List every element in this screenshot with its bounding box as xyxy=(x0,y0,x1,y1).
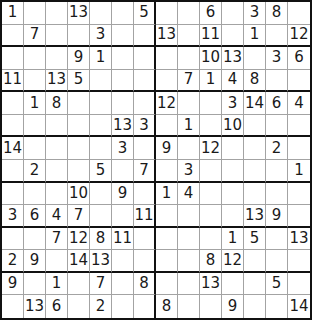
cell-r12c7[interactable] xyxy=(134,250,156,273)
cell-r1c11[interactable] xyxy=(222,2,244,25)
cell-r12c1[interactable]: 2 xyxy=(2,250,24,273)
cell-r10c12[interactable]: 13 xyxy=(244,205,266,228)
cell-r11c7[interactable] xyxy=(134,228,156,251)
cell-r1c2[interactable] xyxy=(24,2,46,25)
cell-r8c2[interactable]: 2 xyxy=(24,160,46,183)
cell-r7c6[interactable]: 3 xyxy=(112,137,134,160)
cell-r2c7[interactable] xyxy=(134,25,156,48)
cell-r8c1[interactable] xyxy=(2,160,24,183)
cell-r8c5[interactable]: 5 xyxy=(90,160,112,183)
cell-r7c5[interactable] xyxy=(90,137,112,160)
cell-r4c6[interactable] xyxy=(112,70,134,93)
cell-r1c1[interactable]: 1 xyxy=(2,2,24,25)
cell-r7c14[interactable] xyxy=(288,137,310,160)
cell-r7c13[interactable]: 2 xyxy=(266,137,288,160)
cell-r9c13[interactable] xyxy=(266,183,288,206)
cell-r11c10[interactable] xyxy=(200,228,222,251)
cell-r11c3[interactable]: 7 xyxy=(46,228,68,251)
cell-r6c4[interactable] xyxy=(68,115,90,138)
cell-r4c3[interactable]: 13 xyxy=(46,70,68,93)
cell-r2c9[interactable] xyxy=(178,25,200,48)
cell-r12c4[interactable]: 14 xyxy=(68,250,90,273)
cell-r5c13[interactable]: 6 xyxy=(266,92,288,115)
cell-r5c6[interactable] xyxy=(112,92,134,115)
cell-r2c14[interactable]: 12 xyxy=(288,25,310,48)
cell-r7c4[interactable] xyxy=(68,137,90,160)
cell-r10c9[interactable] xyxy=(178,205,200,228)
cell-r8c7[interactable]: 7 xyxy=(134,160,156,183)
cell-r5c8[interactable]: 12 xyxy=(156,92,178,115)
cell-r3c9[interactable] xyxy=(178,47,200,70)
cell-r6c9[interactable]: 1 xyxy=(178,115,200,138)
cell-r9c5[interactable] xyxy=(90,183,112,206)
cell-r13c10[interactable]: 13 xyxy=(200,273,222,296)
cell-r14c14[interactable]: 14 xyxy=(288,295,310,318)
cell-r6c12[interactable] xyxy=(244,115,266,138)
cell-r3c11[interactable]: 13 xyxy=(222,47,244,70)
cell-r1c8[interactable] xyxy=(156,2,178,25)
cell-r2c6[interactable] xyxy=(112,25,134,48)
cell-r10c11[interactable] xyxy=(222,205,244,228)
cell-r6c8[interactable] xyxy=(156,115,178,138)
cell-r13c2[interactable] xyxy=(24,273,46,296)
cell-r12c8[interactable] xyxy=(156,250,178,273)
cell-r2c4[interactable] xyxy=(68,25,90,48)
cell-r3c4[interactable]: 9 xyxy=(68,47,90,70)
cell-r2c8[interactable]: 13 xyxy=(156,25,178,48)
cell-r11c11[interactable]: 1 xyxy=(222,228,244,251)
cell-r13c12[interactable] xyxy=(244,273,266,296)
cell-r13c8[interactable] xyxy=(156,273,178,296)
cell-r1c5[interactable] xyxy=(90,2,112,25)
cell-r7c8[interactable]: 9 xyxy=(156,137,178,160)
cell-r6c14[interactable] xyxy=(288,115,310,138)
cell-r4c8[interactable] xyxy=(156,70,178,93)
cell-r11c6[interactable]: 11 xyxy=(112,228,134,251)
cell-r3c6[interactable] xyxy=(112,47,134,70)
cell-r12c13[interactable] xyxy=(266,250,288,273)
cell-r14c7[interactable] xyxy=(134,295,156,318)
cell-r9c14[interactable] xyxy=(288,183,310,206)
cell-r4c1[interactable]: 11 xyxy=(2,70,24,93)
cell-r10c7[interactable]: 11 xyxy=(134,205,156,228)
cell-r5c4[interactable] xyxy=(68,92,90,115)
cell-r14c10[interactable] xyxy=(200,295,222,318)
cell-r4c4[interactable]: 5 xyxy=(68,70,90,93)
cell-r4c11[interactable]: 4 xyxy=(222,70,244,93)
cell-r14c5[interactable]: 2 xyxy=(90,295,112,318)
cell-r9c4[interactable]: 10 xyxy=(68,183,90,206)
cell-r14c4[interactable] xyxy=(68,295,90,318)
cell-r10c2[interactable]: 6 xyxy=(24,205,46,228)
cell-r11c14[interactable]: 13 xyxy=(288,228,310,251)
cell-r14c11[interactable]: 9 xyxy=(222,295,244,318)
cell-r11c8[interactable] xyxy=(156,228,178,251)
cell-r7c10[interactable]: 12 xyxy=(200,137,222,160)
cell-r11c2[interactable] xyxy=(24,228,46,251)
cell-r2c12[interactable]: 1 xyxy=(244,25,266,48)
cell-r7c3[interactable] xyxy=(46,137,68,160)
cell-r5c14[interactable]: 4 xyxy=(288,92,310,115)
cell-r5c9[interactable] xyxy=(178,92,200,115)
cell-r10c1[interactable]: 3 xyxy=(2,205,24,228)
cell-r6c7[interactable]: 3 xyxy=(134,115,156,138)
cell-r11c1[interactable] xyxy=(2,228,24,251)
cell-r12c9[interactable] xyxy=(178,250,200,273)
cell-r9c7[interactable] xyxy=(134,183,156,206)
cell-r10c13[interactable]: 9 xyxy=(266,205,288,228)
cell-r13c14[interactable] xyxy=(288,273,310,296)
cell-r6c2[interactable] xyxy=(24,115,46,138)
cell-r2c1[interactable] xyxy=(2,25,24,48)
cell-r12c5[interactable]: 13 xyxy=(90,250,112,273)
cell-r13c5[interactable]: 7 xyxy=(90,273,112,296)
cell-r3c5[interactable]: 1 xyxy=(90,47,112,70)
cell-r4c2[interactable] xyxy=(24,70,46,93)
cell-r12c12[interactable] xyxy=(244,250,266,273)
cell-r9c11[interactable] xyxy=(222,183,244,206)
cell-r11c4[interactable]: 12 xyxy=(68,228,90,251)
cell-r4c10[interactable]: 1 xyxy=(200,70,222,93)
cell-r10c5[interactable] xyxy=(90,205,112,228)
cell-r3c2[interactable] xyxy=(24,47,46,70)
cell-r14c12[interactable] xyxy=(244,295,266,318)
cell-r2c11[interactable] xyxy=(222,25,244,48)
cell-r3c8[interactable] xyxy=(156,47,178,70)
cell-r10c3[interactable]: 4 xyxy=(46,205,68,228)
cell-r1c10[interactable]: 6 xyxy=(200,2,222,25)
cell-r9c10[interactable] xyxy=(200,183,222,206)
cell-r6c3[interactable] xyxy=(46,115,68,138)
cell-r8c9[interactable]: 3 xyxy=(178,160,200,183)
cell-r5c1[interactable] xyxy=(2,92,24,115)
cell-r5c5[interactable] xyxy=(90,92,112,115)
cell-r9c8[interactable]: 1 xyxy=(156,183,178,206)
cell-r14c9[interactable] xyxy=(178,295,200,318)
cell-r4c7[interactable] xyxy=(134,70,156,93)
cell-r5c11[interactable]: 3 xyxy=(222,92,244,115)
cell-r3c14[interactable]: 6 xyxy=(288,47,310,70)
cell-r6c11[interactable]: 10 xyxy=(222,115,244,138)
cell-r2c13[interactable] xyxy=(266,25,288,48)
cell-r5c7[interactable] xyxy=(134,92,156,115)
cell-r1c12[interactable]: 3 xyxy=(244,2,266,25)
cell-r9c6[interactable]: 9 xyxy=(112,183,134,206)
cell-r8c14[interactable]: 1 xyxy=(288,160,310,183)
cell-r8c10[interactable] xyxy=(200,160,222,183)
cell-r8c4[interactable] xyxy=(68,160,90,183)
cell-r2c3[interactable] xyxy=(46,25,68,48)
cell-r8c13[interactable] xyxy=(266,160,288,183)
cell-r8c6[interactable] xyxy=(112,160,134,183)
cell-r13c7[interactable]: 8 xyxy=(134,273,156,296)
cell-r10c6[interactable] xyxy=(112,205,134,228)
cell-r5c3[interactable]: 8 xyxy=(46,92,68,115)
cell-r6c13[interactable] xyxy=(266,115,288,138)
cell-r13c4[interactable] xyxy=(68,273,90,296)
cell-r1c4[interactable]: 13 xyxy=(68,2,90,25)
cell-r12c11[interactable]: 12 xyxy=(222,250,244,273)
cell-r1c9[interactable] xyxy=(178,2,200,25)
cell-r12c10[interactable]: 8 xyxy=(200,250,222,273)
cell-r8c3[interactable] xyxy=(46,160,68,183)
cell-r1c3[interactable] xyxy=(46,2,68,25)
cell-r7c12[interactable] xyxy=(244,137,266,160)
cell-r7c11[interactable] xyxy=(222,137,244,160)
cell-r12c14[interactable] xyxy=(288,250,310,273)
cell-r1c7[interactable]: 5 xyxy=(134,2,156,25)
cell-r5c12[interactable]: 14 xyxy=(244,92,266,115)
cell-r3c10[interactable]: 10 xyxy=(200,47,222,70)
cell-r4c9[interactable]: 7 xyxy=(178,70,200,93)
cell-r6c10[interactable] xyxy=(200,115,222,138)
cell-r4c13[interactable] xyxy=(266,70,288,93)
cell-r7c1[interactable]: 14 xyxy=(2,137,24,160)
cell-r11c13[interactable] xyxy=(266,228,288,251)
cell-r8c12[interactable] xyxy=(244,160,266,183)
cell-r13c9[interactable] xyxy=(178,273,200,296)
cell-r8c11[interactable] xyxy=(222,160,244,183)
cell-r14c13[interactable] xyxy=(266,295,288,318)
cell-r5c2[interactable]: 1 xyxy=(24,92,46,115)
cell-r14c3[interactable]: 6 xyxy=(46,295,68,318)
cell-r5c10[interactable] xyxy=(200,92,222,115)
cell-r1c6[interactable] xyxy=(112,2,134,25)
cell-r1c14[interactable] xyxy=(288,2,310,25)
cell-r14c8[interactable]: 8 xyxy=(156,295,178,318)
cell-r3c12[interactable] xyxy=(244,47,266,70)
cell-r9c1[interactable] xyxy=(2,183,24,206)
cell-r14c6[interactable] xyxy=(112,295,134,318)
cell-r6c6[interactable]: 13 xyxy=(112,115,134,138)
cell-r3c3[interactable] xyxy=(46,47,68,70)
cell-r10c8[interactable] xyxy=(156,205,178,228)
cell-r6c5[interactable] xyxy=(90,115,112,138)
cell-r10c4[interactable]: 7 xyxy=(68,205,90,228)
cell-r9c12[interactable] xyxy=(244,183,266,206)
cell-r7c9[interactable] xyxy=(178,137,200,160)
cell-r9c9[interactable]: 4 xyxy=(178,183,200,206)
cell-r9c3[interactable] xyxy=(46,183,68,206)
cell-r12c2[interactable]: 9 xyxy=(24,250,46,273)
cell-r14c2[interactable]: 13 xyxy=(24,295,46,318)
cell-r11c9[interactable] xyxy=(178,228,200,251)
cell-r4c5[interactable] xyxy=(90,70,112,93)
cell-r3c1[interactable] xyxy=(2,47,24,70)
cell-r13c13[interactable]: 5 xyxy=(266,273,288,296)
cell-r12c3[interactable] xyxy=(46,250,68,273)
cell-r7c2[interactable] xyxy=(24,137,46,160)
cell-r8c8[interactable] xyxy=(156,160,178,183)
cell-r12c6[interactable] xyxy=(112,250,134,273)
sudoku-board: 1135638731311112911013361113571481812314… xyxy=(0,0,312,320)
cell-r2c5[interactable]: 3 xyxy=(90,25,112,48)
cell-r11c5[interactable]: 8 xyxy=(90,228,112,251)
cell-r4c12[interactable]: 8 xyxy=(244,70,266,93)
cell-r7c7[interactable] xyxy=(134,137,156,160)
cell-r2c2[interactable]: 7 xyxy=(24,25,46,48)
cell-r9c2[interactable] xyxy=(24,183,46,206)
cell-r13c1[interactable]: 9 xyxy=(2,273,24,296)
cell-r6c1[interactable] xyxy=(2,115,24,138)
cell-r13c11[interactable] xyxy=(222,273,244,296)
cell-r13c6[interactable] xyxy=(112,273,134,296)
cell-r11c12[interactable]: 5 xyxy=(244,228,266,251)
cell-r14c1[interactable] xyxy=(2,295,24,318)
cell-r13c3[interactable]: 1 xyxy=(46,273,68,296)
cell-r10c14[interactable] xyxy=(288,205,310,228)
cell-r4c14[interactable] xyxy=(288,70,310,93)
cell-r1c13[interactable]: 8 xyxy=(266,2,288,25)
cell-r10c10[interactable] xyxy=(200,205,222,228)
cell-r3c7[interactable] xyxy=(134,47,156,70)
cell-r2c10[interactable]: 11 xyxy=(200,25,222,48)
cell-r3c13[interactable]: 3 xyxy=(266,47,288,70)
